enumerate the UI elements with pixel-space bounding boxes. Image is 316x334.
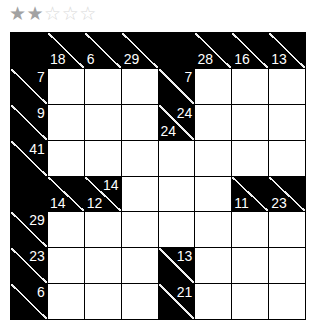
entry-cell-r1c6[interactable]: [232, 69, 268, 104]
entry-cell-r1c2[interactable]: [85, 69, 121, 104]
clue-cell-r4c6: 11: [232, 177, 268, 212]
entry-cell-r7c2[interactable]: [85, 284, 121, 319]
entry-cell-r5c7[interactable]: [269, 212, 305, 247]
entry-cell-r5c5[interactable]: [195, 212, 231, 247]
clue-cell-r0c1: 18: [48, 33, 84, 68]
difficulty-stars: ★★☆☆☆: [9, 2, 97, 26]
entry-cell-r6c3[interactable]: [122, 248, 158, 283]
clue-cell-r7c4: 21: [159, 284, 195, 319]
entry-cell-r1c1[interactable]: [48, 69, 84, 104]
entry-cell-r7c1[interactable]: [48, 284, 84, 319]
clue-cell-r3c0: 41: [11, 141, 47, 176]
entry-cell-r7c5[interactable]: [195, 284, 231, 319]
across-clue: 41: [29, 142, 45, 157]
clue-cell-r0c5: 28: [195, 33, 231, 68]
entry-cell-r5c4[interactable]: [159, 212, 195, 247]
entry-cell-r5c3[interactable]: [122, 212, 158, 247]
clue-cell-r2c4: 2424: [159, 105, 195, 140]
down-clue: 12: [87, 196, 103, 211]
across-clue: 9: [37, 106, 45, 121]
down-clue: 18: [50, 52, 66, 67]
entry-cell-r4c4[interactable]: [159, 177, 195, 212]
entry-cell-r2c1[interactable]: [48, 105, 84, 140]
down-clue: 6: [87, 52, 95, 67]
entry-cell-r1c3[interactable]: [122, 69, 158, 104]
entry-cell-r2c3[interactable]: [122, 105, 158, 140]
entry-cell-r4c3[interactable]: [122, 177, 158, 212]
clue-cell-r7c0: 6: [11, 284, 47, 319]
down-clue: 11: [234, 196, 249, 211]
down-clue: 16: [234, 52, 250, 67]
entry-cell-r2c2[interactable]: [85, 105, 121, 140]
entry-cell-r6c5[interactable]: [195, 248, 231, 283]
entry-cell-r3c7[interactable]: [269, 141, 305, 176]
clue-cell-r5c0: 29: [11, 212, 47, 247]
clue-cell-r4c7: 23: [269, 177, 305, 212]
across-clue: 6: [37, 285, 45, 300]
across-clue: 21: [177, 285, 193, 300]
entry-cell-r7c6[interactable]: [232, 284, 268, 319]
difficulty-star-empty-icon: ☆: [62, 2, 80, 26]
difficulty-star-filled-icon: ★: [9, 2, 27, 26]
difficulty-star-filled-icon: ★: [27, 2, 45, 26]
clue-cell-r0c3: 29: [122, 33, 158, 68]
across-clue: 24: [177, 106, 193, 121]
down-clue: 23: [271, 196, 287, 211]
entry-cell-r5c1[interactable]: [48, 212, 84, 247]
clue-cell-r6c0: 23: [11, 248, 47, 283]
across-clue: 13: [177, 249, 193, 264]
entry-cell-r2c7[interactable]: [269, 105, 305, 140]
across-clue: 23: [29, 249, 45, 264]
clue-cell-r0c2: 6: [85, 33, 121, 68]
down-clue: 14: [50, 196, 66, 211]
kakuro-board: 186292816137792424411414121123292313621: [10, 32, 306, 320]
difficulty-star-empty-icon: ☆: [79, 2, 97, 26]
difficulty-star-empty-icon: ☆: [44, 2, 62, 26]
entry-cell-r6c2[interactable]: [85, 248, 121, 283]
clue-cell-r1c0: 7: [11, 69, 47, 104]
across-clue: 29: [29, 213, 45, 228]
clue-cell-r1c4: 7: [159, 69, 195, 104]
clue-cell-r2c0: 9: [11, 105, 47, 140]
down-clue: 13: [271, 52, 287, 67]
entry-cell-r2c5[interactable]: [195, 105, 231, 140]
clue-cell-r6c4: 13: [159, 248, 195, 283]
entry-cell-r1c5[interactable]: [195, 69, 231, 104]
entry-cell-r5c6[interactable]: [232, 212, 268, 247]
down-clue: 28: [197, 52, 213, 67]
entry-cell-r3c1[interactable]: [48, 141, 84, 176]
entry-cell-r3c3[interactable]: [122, 141, 158, 176]
across-clue: 7: [37, 70, 45, 85]
entry-cell-r6c1[interactable]: [48, 248, 84, 283]
entry-cell-r7c3[interactable]: [122, 284, 158, 319]
entry-cell-r6c7[interactable]: [269, 248, 305, 283]
entry-cell-r5c2[interactable]: [85, 212, 121, 247]
entry-cell-r4c5[interactable]: [195, 177, 231, 212]
entry-cell-r3c6[interactable]: [232, 141, 268, 176]
entry-cell-r2c6[interactable]: [232, 105, 268, 140]
entry-cell-r3c2[interactable]: [85, 141, 121, 176]
down-clue: 24: [161, 124, 177, 139]
block-cell: [11, 33, 47, 68]
across-clue: 7: [185, 70, 193, 85]
entry-cell-r3c4[interactable]: [159, 141, 195, 176]
down-clue: 29: [124, 52, 140, 67]
entry-cell-r7c7[interactable]: [269, 284, 305, 319]
clue-cell-r4c2: 1412: [85, 177, 121, 212]
clue-cell-r0c7: 13: [269, 33, 305, 68]
clue-cell-r4c1: 14: [48, 177, 84, 212]
clue-cell-r0c6: 16: [232, 33, 268, 68]
block-cell: [159, 33, 195, 68]
across-clue: 14: [103, 178, 119, 193]
entry-cell-r6c6[interactable]: [232, 248, 268, 283]
block-cell: [11, 177, 47, 212]
entry-cell-r1c7[interactable]: [269, 69, 305, 104]
entry-cell-r3c5[interactable]: [195, 141, 231, 176]
